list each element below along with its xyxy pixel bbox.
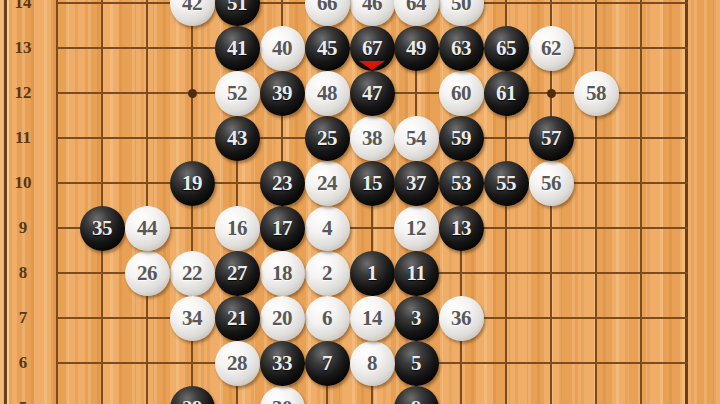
stone-move-number: 14 <box>362 308 382 329</box>
stone-move-number: 45 <box>317 38 337 59</box>
stone-move-number: 12 <box>406 218 426 239</box>
stone-white-4[interactable]: 4 <box>305 206 350 251</box>
row-label-9: 9 <box>5 217 41 239</box>
stone-black-29[interactable]: 29 <box>170 386 215 404</box>
stone-black-41[interactable]: 41 <box>215 26 260 71</box>
board-left-edge-highlight <box>7 0 9 404</box>
stone-move-number: 48 <box>317 83 337 104</box>
stone-move-number: 13 <box>451 218 471 239</box>
stone-move-number: 61 <box>496 83 516 104</box>
stone-move-number: 43 <box>227 128 247 149</box>
stone-black-27[interactable]: 27 <box>215 251 260 296</box>
stone-black-37[interactable]: 37 <box>394 161 439 206</box>
stone-black-3[interactable]: 3 <box>394 296 439 341</box>
stone-move-number: 38 <box>362 128 382 149</box>
stone-move-number: 53 <box>451 173 471 194</box>
stone-white-20[interactable]: 20 <box>260 296 305 341</box>
grid-vline-col-14 <box>640 0 642 404</box>
stone-white-54[interactable]: 54 <box>394 116 439 161</box>
stone-move-number: 55 <box>496 173 516 194</box>
stone-black-15[interactable]: 15 <box>350 161 395 206</box>
stone-move-number: 52 <box>227 83 247 104</box>
stone-white-66[interactable]: 66 <box>305 0 350 26</box>
stone-move-number: 39 <box>272 83 292 104</box>
stone-move-number: 8 <box>367 353 377 374</box>
stone-move-number: 36 <box>451 308 471 329</box>
stone-black-19[interactable]: 19 <box>170 161 215 206</box>
stone-black-47[interactable]: 47 <box>350 71 395 116</box>
stone-white-30[interactable]: 30 <box>260 386 305 404</box>
stone-move-number: 59 <box>451 128 471 149</box>
stone-black-51[interactable]: 51 <box>215 0 260 26</box>
stone-white-28[interactable]: 28 <box>215 341 260 386</box>
stone-move-number: 11 <box>407 263 426 284</box>
stone-move-number: 28 <box>227 353 247 374</box>
stone-white-18[interactable]: 18 <box>260 251 305 296</box>
stone-move-number: 42 <box>182 0 202 14</box>
stone-black-57[interactable]: 57 <box>529 116 574 161</box>
stone-white-8[interactable]: 8 <box>350 341 395 386</box>
stone-white-40[interactable]: 40 <box>260 26 305 71</box>
stone-move-number: 57 <box>541 128 561 149</box>
stone-move-number: 46 <box>362 0 382 14</box>
grid-vline-col-15 <box>685 0 688 404</box>
stone-white-22[interactable]: 22 <box>170 251 215 296</box>
row-label-7: 7 <box>5 307 41 329</box>
stone-move-number: 23 <box>272 173 292 194</box>
stone-move-number: 15 <box>362 173 382 194</box>
stone-white-58[interactable]: 58 <box>574 71 619 116</box>
stone-move-number: 4 <box>322 218 332 239</box>
stone-move-number: 24 <box>317 173 337 194</box>
stone-black-63[interactable]: 63 <box>439 26 484 71</box>
stone-move-number: 2 <box>322 263 332 284</box>
stone-move-number: 40 <box>272 38 292 59</box>
stone-black-59[interactable]: 59 <box>439 116 484 161</box>
stone-black-35[interactable]: 35 <box>80 206 125 251</box>
stone-move-number: 51 <box>227 0 247 14</box>
stone-move-number: 64 <box>406 0 426 14</box>
row-label-14: 14 <box>5 0 41 14</box>
row-label-5: 5 <box>5 397 41 404</box>
stone-move-number: 60 <box>451 83 471 104</box>
stone-white-44[interactable]: 44 <box>125 206 170 251</box>
last-move-triangle-marker <box>359 61 385 70</box>
stone-move-number: 66 <box>317 0 337 14</box>
go-board[interactable]: 141312111098765 123456789111213141516171… <box>0 0 720 404</box>
stone-white-38[interactable]: 38 <box>350 116 395 161</box>
stone-move-number: 35 <box>92 218 112 239</box>
stone-white-52[interactable]: 52 <box>215 71 260 116</box>
stone-move-number: 44 <box>137 218 157 239</box>
stone-move-number: 65 <box>496 38 516 59</box>
stone-white-34[interactable]: 34 <box>170 296 215 341</box>
star-point-4-12 <box>188 89 197 98</box>
stone-move-number: 27 <box>227 263 247 284</box>
grid-vline-col-1 <box>56 0 58 404</box>
star-point-12-12 <box>547 89 556 98</box>
grid-vline-col-13 <box>595 0 597 404</box>
stone-move-number: 22 <box>182 263 202 284</box>
stone-black-9[interactable]: 9 <box>394 386 439 404</box>
stone-black-39[interactable]: 39 <box>260 71 305 116</box>
stone-move-number: 54 <box>406 128 426 149</box>
stone-white-26[interactable]: 26 <box>125 251 170 296</box>
stone-move-number: 6 <box>322 308 332 329</box>
stone-white-42[interactable]: 42 <box>170 0 215 26</box>
stone-move-number: 18 <box>272 263 292 284</box>
stone-black-11[interactable]: 11 <box>394 251 439 296</box>
stone-white-64[interactable]: 64 <box>394 0 439 26</box>
stone-move-number: 20 <box>272 308 292 329</box>
stone-move-number: 50 <box>451 0 471 14</box>
stone-black-53[interactable]: 53 <box>439 161 484 206</box>
stone-black-23[interactable]: 23 <box>260 161 305 206</box>
stone-move-number: 41 <box>227 38 247 59</box>
row-label-8: 8 <box>5 262 41 284</box>
row-label-13: 13 <box>5 37 41 59</box>
stone-white-50[interactable]: 50 <box>439 0 484 26</box>
stone-black-7[interactable]: 7 <box>305 341 350 386</box>
grid-vline-col-2 <box>101 0 103 404</box>
stone-black-1[interactable]: 1 <box>350 251 395 296</box>
stone-move-number: 16 <box>227 218 247 239</box>
stone-white-2[interactable]: 2 <box>305 251 350 296</box>
stone-white-46[interactable]: 46 <box>350 0 395 26</box>
stone-move-number: 33 <box>272 353 292 374</box>
stone-white-56[interactable]: 56 <box>529 161 574 206</box>
stone-black-65[interactable]: 65 <box>484 26 529 71</box>
stone-black-21[interactable]: 21 <box>215 296 260 341</box>
stone-move-number: 37 <box>406 173 426 194</box>
stone-black-13[interactable]: 13 <box>439 206 484 251</box>
grid-vline-col-3 <box>146 0 148 404</box>
stone-move-number: 17 <box>272 218 292 239</box>
stone-move-number: 7 <box>322 353 332 374</box>
stone-move-number: 58 <box>586 83 606 104</box>
stone-white-62[interactable]: 62 <box>529 26 574 71</box>
row-label-12: 12 <box>5 82 41 104</box>
stone-move-number: 21 <box>227 308 247 329</box>
stone-move-number: 63 <box>451 38 471 59</box>
stone-white-48[interactable]: 48 <box>305 71 350 116</box>
stone-move-number: 49 <box>406 38 426 59</box>
stone-black-67[interactable]: 67 <box>350 26 395 71</box>
stone-move-number: 47 <box>362 83 382 104</box>
stone-black-61[interactable]: 61 <box>484 71 529 116</box>
stone-black-25[interactable]: 25 <box>305 116 350 161</box>
stone-move-number: 25 <box>317 128 337 149</box>
stone-black-55[interactable]: 55 <box>484 161 529 206</box>
stone-black-5[interactable]: 5 <box>394 341 439 386</box>
stone-move-number: 5 <box>411 353 421 374</box>
row-label-10: 10 <box>5 172 41 194</box>
stone-black-43[interactable]: 43 <box>215 116 260 161</box>
stone-black-17[interactable]: 17 <box>260 206 305 251</box>
stone-white-36[interactable]: 36 <box>439 296 484 341</box>
stone-move-number: 56 <box>541 173 561 194</box>
row-label-6: 6 <box>5 352 41 374</box>
stone-move-number: 67 <box>362 38 382 59</box>
stone-move-number: 26 <box>137 263 157 284</box>
stone-move-number: 19 <box>182 173 202 194</box>
stone-black-49[interactable]: 49 <box>394 26 439 71</box>
stone-move-number: 29 <box>182 398 202 404</box>
stone-move-number: 9 <box>411 398 421 404</box>
stone-white-12[interactable]: 12 <box>394 206 439 251</box>
stone-black-45[interactable]: 45 <box>305 26 350 71</box>
stone-move-number: 3 <box>411 308 421 329</box>
stone-white-24[interactable]: 24 <box>305 161 350 206</box>
stone-move-number: 1 <box>367 263 377 284</box>
stone-white-60[interactable]: 60 <box>439 71 484 116</box>
stone-move-number: 34 <box>182 308 202 329</box>
stone-white-6[interactable]: 6 <box>305 296 350 341</box>
stone-white-16[interactable]: 16 <box>215 206 260 251</box>
row-label-11: 11 <box>5 127 41 149</box>
stone-white-14[interactable]: 14 <box>350 296 395 341</box>
stone-move-number: 62 <box>541 38 561 59</box>
stone-black-33[interactable]: 33 <box>260 341 305 386</box>
stone-move-number: 30 <box>272 398 292 404</box>
